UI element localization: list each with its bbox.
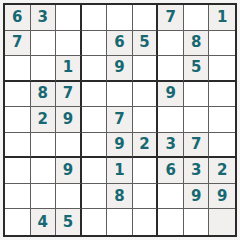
sudoku-cell-r9c1[interactable] [5,209,31,235]
sudoku-cell-r1c4[interactable] [82,5,108,31]
sudoku-cell-r5c2[interactable]: 2 [31,107,57,133]
sudoku-cell-r3c9[interactable] [209,56,235,82]
sudoku-cell-r3c5[interactable]: 9 [107,56,133,82]
sudoku-cell-r7c7[interactable]: 6 [158,158,184,184]
sudoku-cell-r1c9[interactable]: 1 [209,5,235,31]
sudoku-cell-r4c6[interactable] [133,82,159,108]
sudoku-cell-r6c8[interactable]: 7 [184,133,210,159]
sudoku-cell-r8c5[interactable]: 8 [107,184,133,210]
sudoku-cell-r3c8[interactable]: 5 [184,56,210,82]
sudoku-cell-r4c1[interactable] [5,82,31,108]
sudoku-cell-r9c2[interactable]: 4 [31,209,57,235]
sudoku-cell-r4c3[interactable]: 7 [56,82,82,108]
sudoku-cell-r8c4[interactable] [82,184,108,210]
sudoku-cell-r7c9[interactable]: 2 [209,158,235,184]
sudoku-cell-r8c2[interactable] [31,184,57,210]
sudoku-cell-r2c4[interactable] [82,31,108,57]
sudoku-cell-r4c8[interactable] [184,82,210,108]
sudoku-cell-r8c9[interactable]: 9 [209,184,235,210]
sudoku-cell-r6c6[interactable]: 2 [133,133,159,159]
sudoku-cell-r3c1[interactable] [5,56,31,82]
sudoku-cell-r2c8[interactable]: 8 [184,31,210,57]
sudoku-cell-r7c4[interactable] [82,158,108,184]
sudoku-cell-r1c6[interactable] [133,5,159,31]
sudoku-cell-r1c2[interactable]: 3 [31,5,57,31]
sudoku-cell-r8c7[interactable] [158,184,184,210]
sudoku-cell-r2c2[interactable] [31,31,57,57]
sudoku-cell-r3c2[interactable] [31,56,57,82]
sudoku-cell-r1c3[interactable] [56,5,82,31]
sudoku-cell-r7c1[interactable] [5,158,31,184]
sudoku-cell-r5c5[interactable]: 7 [107,107,133,133]
sudoku-cell-r7c2[interactable] [31,158,57,184]
sudoku-cell-r6c9[interactable] [209,133,235,159]
sudoku-cell-r3c3[interactable]: 1 [56,56,82,82]
sudoku-cell-r8c3[interactable] [56,184,82,210]
sudoku-cell-r9c8[interactable] [184,209,210,235]
sudoku-cell-r6c4[interactable] [82,133,108,159]
sudoku-cell-r2c6[interactable]: 5 [133,31,159,57]
sudoku-cell-r6c2[interactable] [31,133,57,159]
sudoku-cell-r5c9[interactable] [209,107,235,133]
sudoku-cell-r7c6[interactable] [133,158,159,184]
sudoku-cell-r9c6[interactable] [133,209,159,235]
sudoku-cell-r7c8[interactable]: 3 [184,158,210,184]
sudoku-cell-r7c3[interactable]: 9 [56,158,82,184]
sudoku-cell-r3c4[interactable] [82,56,108,82]
sudoku-cell-r5c1[interactable] [5,107,31,133]
sudoku-cell-r4c2[interactable]: 8 [31,82,57,108]
sudoku-cell-r6c7[interactable]: 3 [158,133,184,159]
sudoku-cell-r1c1[interactable]: 6 [5,5,31,31]
sudoku-cell-r1c8[interactable] [184,5,210,31]
sudoku-cell-r6c3[interactable] [56,133,82,159]
sudoku-cell-r5c7[interactable] [158,107,184,133]
sudoku-cell-r4c5[interactable] [107,82,133,108]
sudoku-cell-r4c7[interactable]: 9 [158,82,184,108]
sudoku-cell-r1c7[interactable]: 7 [158,5,184,31]
sudoku-cell-r2c9[interactable] [209,31,235,57]
sudoku-cell-r9c7[interactable] [158,209,184,235]
sudoku-cell-r2c5[interactable]: 6 [107,31,133,57]
sudoku-cell-r8c1[interactable] [5,184,31,210]
sudoku-cell-r2c3[interactable] [56,31,82,57]
sudoku-cell-r1c5[interactable] [107,5,133,31]
sudoku-cell-r2c1[interactable]: 7 [5,31,31,57]
sudoku-cell-r3c6[interactable] [133,56,159,82]
sudoku-cell-r7c5[interactable]: 1 [107,158,133,184]
sudoku-cell-r3c7[interactable] [158,56,184,82]
sudoku-board: 6371765819587929792379163289945 [3,3,237,237]
sudoku-cell-r9c3[interactable]: 5 [56,209,82,235]
sudoku-cell-r6c5[interactable]: 9 [107,133,133,159]
sudoku-cell-r9c5[interactable] [107,209,133,235]
sudoku-cell-r6c1[interactable] [5,133,31,159]
sudoku-cell-r2c7[interactable] [158,31,184,57]
sudoku-cell-r5c6[interactable] [133,107,159,133]
sudoku-cell-r5c3[interactable]: 9 [56,107,82,133]
sudoku-cell-r9c9[interactable] [209,209,235,235]
sudoku-cell-r8c8[interactable]: 9 [184,184,210,210]
sudoku-cell-r4c4[interactable] [82,82,108,108]
sudoku-cell-r5c4[interactable] [82,107,108,133]
sudoku-cell-r5c8[interactable] [184,107,210,133]
sudoku-cell-r4c9[interactable] [209,82,235,108]
sudoku-cell-r9c4[interactable] [82,209,108,235]
sudoku-cell-r8c6[interactable] [133,184,159,210]
